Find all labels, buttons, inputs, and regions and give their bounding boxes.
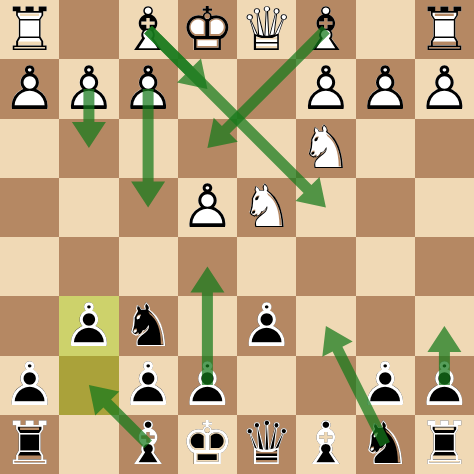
white-piece-outline: ♙ (121, 58, 175, 118)
black-piece-outline: ♙ (180, 354, 234, 414)
square-d6[interactable]: ♟♙ (237, 296, 296, 355)
white-piece-outline: ♖ (3, 0, 57, 58)
square-b1[interactable] (356, 0, 415, 59)
square-b4[interactable] (356, 178, 415, 237)
square-b7[interactable]: ♟♙ (356, 356, 415, 415)
black-piece-outline: ♗ (299, 413, 353, 473)
white-king-e1[interactable]: ♚♔ (178, 0, 237, 59)
square-g7[interactable] (59, 356, 118, 415)
square-e4[interactable]: ♟♙ (178, 178, 237, 237)
white-pawn-a2[interactable]: ♟♙ (415, 59, 474, 118)
square-h6[interactable] (0, 296, 59, 355)
square-d1[interactable]: ♛♕ (237, 0, 296, 59)
square-e1[interactable]: ♚♔ (178, 0, 237, 59)
square-g1[interactable] (59, 0, 118, 59)
black-rook-h8[interactable]: ♜♖ (0, 415, 59, 474)
square-h8[interactable]: ♜♖ (0, 415, 59, 474)
white-piece-outline: ♙ (299, 58, 353, 118)
square-c2[interactable]: ♟♙ (296, 59, 355, 118)
square-f4[interactable] (119, 178, 178, 237)
black-bishop-f8[interactable]: ♝♗ (119, 415, 178, 474)
black-bishop-c8[interactable]: ♝♗ (296, 415, 355, 474)
square-g3[interactable] (59, 119, 118, 178)
square-b8[interactable]: ♞♘ (356, 415, 415, 474)
white-piece-outline: ♙ (358, 58, 412, 118)
square-a1[interactable]: ♜♖ (415, 0, 474, 59)
white-piece-outline: ♗ (299, 0, 353, 58)
black-piece-outline: ♙ (358, 354, 412, 414)
black-piece-outline: ♘ (358, 413, 412, 473)
square-c4[interactable] (296, 178, 355, 237)
black-queen-d8[interactable]: ♛♕ (237, 415, 296, 474)
white-piece-outline: ♔ (180, 0, 234, 58)
black-piece-outline: ♙ (62, 295, 116, 355)
square-h2[interactable]: ♟♙ (0, 59, 59, 118)
square-e7[interactable]: ♟♙ (178, 356, 237, 415)
square-d2[interactable] (237, 59, 296, 118)
white-piece-outline: ♘ (299, 117, 353, 177)
square-h1[interactable]: ♜♖ (0, 0, 59, 59)
black-piece-outline: ♖ (417, 413, 471, 473)
square-f1[interactable]: ♝♗ (119, 0, 178, 59)
square-g4[interactable] (59, 178, 118, 237)
white-piece-outline: ♕ (240, 0, 294, 58)
square-b2[interactable]: ♟♙ (356, 59, 415, 118)
square-e8[interactable]: ♚♔ (178, 415, 237, 474)
square-d8[interactable]: ♛♕ (237, 415, 296, 474)
square-c3[interactable]: ♞♘ (296, 119, 355, 178)
square-a5[interactable] (415, 237, 474, 296)
square-h5[interactable] (0, 237, 59, 296)
black-piece-outline: ♕ (240, 413, 294, 473)
square-f3[interactable] (119, 119, 178, 178)
square-c5[interactable] (296, 237, 355, 296)
square-f6[interactable]: ♞♘ (119, 296, 178, 355)
white-knight-c3[interactable]: ♞♘ (296, 119, 355, 178)
square-a8[interactable]: ♜♖ (415, 415, 474, 474)
white-piece-outline: ♙ (180, 176, 234, 236)
black-pawn-h7[interactable]: ♟♙ (0, 356, 59, 415)
black-pawn-d6[interactable]: ♟♙ (237, 296, 296, 355)
square-b3[interactable] (356, 119, 415, 178)
black-piece-outline: ♙ (121, 354, 175, 414)
black-piece-outline: ♙ (3, 354, 57, 414)
black-knight-b8[interactable]: ♞♘ (356, 415, 415, 474)
square-h4[interactable] (0, 178, 59, 237)
white-pawn-f2[interactable]: ♟♙ (119, 59, 178, 118)
square-c7[interactable] (296, 356, 355, 415)
square-h7[interactable]: ♟♙ (0, 356, 59, 415)
square-d4[interactable]: ♞♘ (237, 178, 296, 237)
square-f2[interactable]: ♟♙ (119, 59, 178, 118)
square-d3[interactable] (237, 119, 296, 178)
white-pawn-e4[interactable]: ♟♙ (178, 178, 237, 237)
board-squares[interactable]: ♜♖♝♗♚♔♛♕♝♗♜♖♟♙♟♙♟♙♟♙♟♙♟♙♞♘♟♙♞♘♟♙♞♘♟♙♟♙♟♙… (0, 0, 474, 474)
square-f7[interactable]: ♟♙ (119, 356, 178, 415)
white-piece-outline: ♗ (121, 0, 175, 58)
square-e3[interactable] (178, 119, 237, 178)
white-rook-a1[interactable]: ♜♖ (415, 0, 474, 59)
white-pawn-g2[interactable]: ♟♙ (59, 59, 118, 118)
square-h3[interactable] (0, 119, 59, 178)
black-piece-outline: ♔ (180, 413, 234, 473)
square-c8[interactable]: ♝♗ (296, 415, 355, 474)
black-pawn-b7[interactable]: ♟♙ (356, 356, 415, 415)
square-g2[interactable]: ♟♙ (59, 59, 118, 118)
black-rook-a8[interactable]: ♜♖ (415, 415, 474, 474)
black-piece-outline: ♘ (121, 295, 175, 355)
square-d7[interactable] (237, 356, 296, 415)
white-piece-outline: ♙ (417, 58, 471, 118)
square-e5[interactable] (178, 237, 237, 296)
square-a3[interactable] (415, 119, 474, 178)
square-a2[interactable]: ♟♙ (415, 59, 474, 118)
square-e2[interactable] (178, 59, 237, 118)
square-g5[interactable] (59, 237, 118, 296)
white-pawn-h2[interactable]: ♟♙ (0, 59, 59, 118)
black-king-e8[interactable]: ♚♔ (178, 415, 237, 474)
square-g8[interactable] (59, 415, 118, 474)
chess-board[interactable]: ♜♖♝♗♚♔♛♕♝♗♜♖♟♙♟♙♟♙♟♙♟♙♟♙♞♘♟♙♞♘♟♙♞♘♟♙♟♙♟♙… (0, 0, 474, 474)
black-pawn-g6[interactable]: ♟♙ (59, 296, 118, 355)
square-a4[interactable] (415, 178, 474, 237)
square-b6[interactable] (356, 296, 415, 355)
white-rook-h1[interactable]: ♜♖ (0, 0, 59, 59)
white-piece-outline: ♖ (417, 0, 471, 58)
white-pawn-c2[interactable]: ♟♙ (296, 59, 355, 118)
white-piece-outline: ♘ (240, 176, 294, 236)
square-a7[interactable]: ♟♙ (415, 356, 474, 415)
white-queen-d1[interactable]: ♛♕ (237, 0, 296, 59)
square-c1[interactable]: ♝♗ (296, 0, 355, 59)
black-pawn-a7[interactable]: ♟♙ (415, 356, 474, 415)
white-piece-outline: ♙ (62, 58, 116, 118)
square-c6[interactable] (296, 296, 355, 355)
black-piece-outline: ♙ (417, 354, 471, 414)
square-a6[interactable] (415, 296, 474, 355)
white-pawn-b2[interactable]: ♟♙ (356, 59, 415, 118)
white-bishop-c1[interactable]: ♝♗ (296, 0, 355, 59)
black-knight-f6[interactable]: ♞♘ (119, 296, 178, 355)
square-e6[interactable] (178, 296, 237, 355)
white-bishop-f1[interactable]: ♝♗ (119, 0, 178, 59)
black-piece-outline: ♙ (240, 295, 294, 355)
square-d5[interactable] (237, 237, 296, 296)
white-knight-d4[interactable]: ♞♘ (237, 178, 296, 237)
black-pawn-f7[interactable]: ♟♙ (119, 356, 178, 415)
black-piece-outline: ♗ (121, 413, 175, 473)
white-piece-outline: ♙ (3, 58, 57, 118)
square-g6[interactable]: ♟♙ (59, 296, 118, 355)
square-f8[interactable]: ♝♗ (119, 415, 178, 474)
square-f5[interactable] (119, 237, 178, 296)
square-b5[interactable] (356, 237, 415, 296)
black-pawn-e7[interactable]: ♟♙ (178, 356, 237, 415)
black-piece-outline: ♖ (3, 413, 57, 473)
